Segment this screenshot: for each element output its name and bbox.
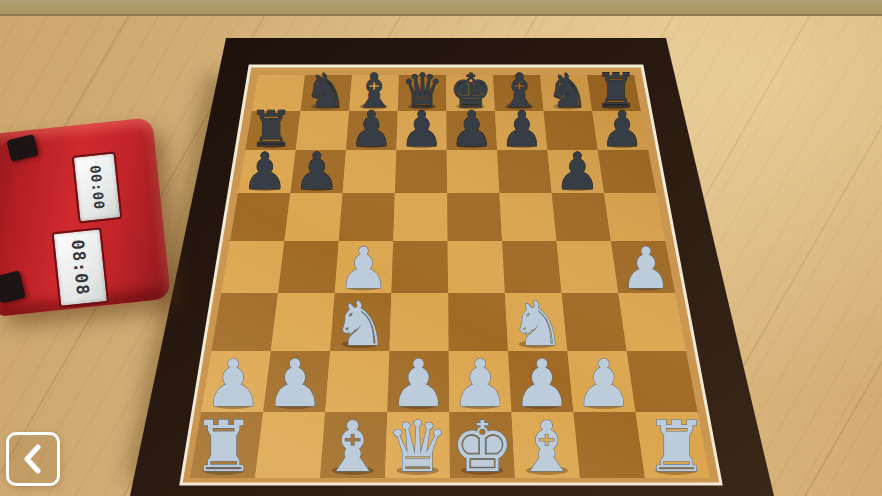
table-surface: ♞♝♛♚♝♞♜♜♟♟♟♟♟♟♟♟♟♟♞♞♟♟♟♟♟♟♜♝♛♚♝♜ 00:00 0… [0, 0, 882, 496]
piece-white-knight-c3[interactable]: ♞ [333, 288, 388, 359]
clock-time-top: 00:00 [87, 164, 108, 210]
chess-clock: 00:00 08:08 [0, 117, 171, 316]
piece-white-rook-a1[interactable]: ♜ [192, 406, 255, 488]
piece-black-pawn-g6[interactable]: ♟ [554, 142, 600, 201]
piece-black-knight-g8[interactable]: ♞ [546, 63, 588, 118]
piece-white-pawn-b2[interactable]: ♟ [266, 346, 324, 421]
clock-display-bottom: 08:08 [51, 227, 109, 308]
clock-display-top: 00:00 [72, 151, 123, 223]
piece-black-pawn-h7[interactable]: ♟ [600, 101, 644, 158]
piece-black-pawn-d7[interactable]: ♟ [400, 101, 444, 158]
piece-white-king-e1[interactable]: ♚ [451, 406, 514, 488]
piece-black-pawn-b6[interactable]: ♟ [294, 142, 340, 201]
piece-black-pawn-c7[interactable]: ♟ [349, 101, 393, 158]
piece-white-rook-h1[interactable]: ♜ [645, 406, 708, 488]
piece-black-pawn-a6[interactable]: ♟ [242, 142, 288, 201]
piece-black-pawn-e7[interactable]: ♟ [450, 101, 494, 158]
piece-white-bishop-c1[interactable]: ♝ [322, 406, 385, 488]
piece-white-bishop-f1[interactable]: ♝ [516, 406, 579, 488]
piece-black-pawn-f7[interactable]: ♟ [500, 101, 544, 158]
chevron-left-icon [22, 444, 44, 474]
back-button[interactable] [6, 432, 60, 486]
piece-white-pawn-g2[interactable]: ♟ [575, 346, 633, 421]
piece-white-queen-d1[interactable]: ♛ [386, 406, 449, 488]
piece-white-pawn-h4[interactable]: ♟ [620, 235, 671, 301]
clock-time-bottom: 08:08 [67, 239, 93, 297]
piece-black-knight-b8[interactable]: ♞ [304, 63, 346, 118]
